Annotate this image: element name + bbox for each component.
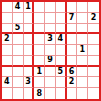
given-cell-r8c7: 2 [67,77,78,88]
empty-cell-r9c5[interactable] [45,88,56,99]
empty-cell-r7c1[interactable] [2,67,13,78]
empty-cell-r1c1[interactable] [2,2,13,13]
empty-cell-r3c7[interactable] [67,24,78,35]
empty-cell-r8c5[interactable] [45,77,56,88]
empty-cell-r5c9[interactable] [88,45,99,56]
given-cell-r1c3: 1 [24,2,35,13]
given-cell-r5c8: 1 [77,45,88,56]
empty-cell-r9c6[interactable] [56,88,67,99]
empty-cell-r1c8[interactable] [77,2,88,13]
empty-cell-r6c7[interactable] [67,56,78,67]
empty-cell-r2c6[interactable] [56,13,67,24]
empty-cell-r8c8[interactable] [77,77,88,88]
given-cell-r1c2: 4 [13,2,24,13]
empty-cell-r1c5[interactable] [45,2,56,13]
empty-cell-r5c6[interactable] [56,45,67,56]
given-cell-r4c5: 3 [45,34,56,45]
given-cell-r7c7: 6 [67,67,78,78]
empty-cell-r6c1[interactable] [2,56,13,67]
empty-cell-r8c2[interactable] [13,77,24,88]
empty-cell-r3c6[interactable] [56,24,67,35]
empty-cell-r2c3[interactable] [24,13,35,24]
empty-cell-r9c9[interactable] [88,88,99,99]
empty-cell-r2c1[interactable] [2,13,13,24]
empty-cell-r6c4[interactable] [34,56,45,67]
empty-cell-r2c4[interactable] [34,13,45,24]
empty-cell-r4c2[interactable] [13,34,24,45]
empty-cell-r7c9[interactable] [88,67,99,78]
empty-cell-r3c3[interactable] [24,24,35,35]
empty-cell-r3c5[interactable] [45,24,56,35]
empty-cell-r9c3[interactable] [24,88,35,99]
empty-cell-r7c3[interactable] [24,67,35,78]
given-cell-r2c9: 2 [88,13,99,24]
given-cell-r2c7: 7 [67,13,78,24]
empty-cell-r7c5[interactable] [45,67,56,78]
empty-cell-r2c5[interactable] [45,13,56,24]
empty-cell-r8c9[interactable] [88,77,99,88]
given-cell-r6c5: 9 [45,56,56,67]
empty-cell-r7c2[interactable] [13,67,24,78]
given-cell-r4c1: 2 [2,34,13,45]
empty-cell-r4c4[interactable] [34,34,45,45]
empty-cell-r1c6[interactable] [56,2,67,13]
empty-cell-r6c8[interactable] [77,56,88,67]
given-cell-r4c6: 4 [56,34,67,45]
empty-cell-r3c8[interactable] [77,24,88,35]
empty-cell-r4c7[interactable] [67,34,78,45]
empty-cell-r3c4[interactable] [34,24,45,35]
empty-cell-r4c9[interactable] [88,34,99,45]
empty-cell-r3c9[interactable] [88,24,99,35]
empty-cell-r1c4[interactable] [34,2,45,13]
given-cell-r8c3: 3 [24,77,35,88]
empty-cell-r6c9[interactable] [88,56,99,67]
empty-cell-r4c3[interactable] [24,34,35,45]
empty-cell-r5c1[interactable] [2,45,13,56]
empty-cell-r2c2[interactable] [13,13,24,24]
sudoku-board: 41725234191564328 [0,0,101,101]
empty-cell-r9c1[interactable] [2,88,13,99]
empty-cell-r9c8[interactable] [77,88,88,99]
empty-cell-r5c4[interactable] [34,45,45,56]
empty-cell-r1c7[interactable] [67,2,78,13]
empty-cell-r5c2[interactable] [13,45,24,56]
empty-cell-r6c2[interactable] [13,56,24,67]
given-cell-r7c6: 5 [56,67,67,78]
given-cell-r9c4: 8 [34,88,45,99]
empty-cell-r1c9[interactable] [88,2,99,13]
empty-cell-r6c6[interactable] [56,56,67,67]
empty-cell-r5c7[interactable] [67,45,78,56]
empty-cell-r9c2[interactable] [13,88,24,99]
empty-cell-r8c4[interactable] [34,77,45,88]
empty-cell-r9c7[interactable] [67,88,78,99]
empty-cell-r3c1[interactable] [2,24,13,35]
given-cell-r8c1: 4 [2,77,13,88]
empty-cell-r2c8[interactable] [77,13,88,24]
empty-cell-r5c5[interactable] [45,45,56,56]
given-cell-r3c2: 5 [13,24,24,35]
empty-cell-r7c8[interactable] [77,67,88,78]
empty-cell-r4c8[interactable] [77,34,88,45]
empty-cell-r8c6[interactable] [56,77,67,88]
empty-cell-r5c3[interactable] [24,45,35,56]
given-cell-r7c4: 1 [34,67,45,78]
empty-cell-r6c3[interactable] [24,56,35,67]
